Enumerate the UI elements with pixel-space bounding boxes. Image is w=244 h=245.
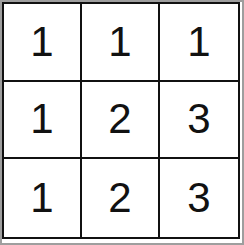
grid-cell-r2c1: 1 [4,82,82,160]
grid-cell-r2c2: 2 [82,82,160,160]
screenshot-frame: 111123123 [0,0,244,245]
grid-cell-r3c3: 3 [160,159,238,237]
grid-cell-r1c3: 1 [160,4,238,82]
grid-cell-r1c2: 1 [82,4,160,82]
number-grid-board: 111123123 [2,2,240,239]
grid-cell-r2c3: 3 [160,82,238,160]
grid-cell-r3c1: 1 [4,159,82,237]
grid-cell-r1c1: 1 [4,4,82,82]
grid-cell-r3c2: 2 [82,159,160,237]
